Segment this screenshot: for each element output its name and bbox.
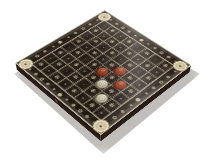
white-checker[interactable] xyxy=(94,78,110,90)
cell-h6[interactable]: ✻ xyxy=(139,72,157,85)
cell-g5[interactable]: ✻ xyxy=(121,72,139,85)
cell-g6[interactable] xyxy=(130,65,148,78)
cell-g4[interactable] xyxy=(112,78,130,91)
scene: ✦ ❖ ✿ ❖ ✦ ● ✦ ❖ ✿ ❖ ✦ ✦ ❖ ✿ ❖ ✦ ● ✦ ❖ ✿ … xyxy=(0,0,212,160)
cell-c1[interactable]: ✻ xyxy=(48,71,66,84)
cell-g1[interactable]: ✻ xyxy=(82,98,101,113)
border-inlay-bottom: ✦ ❖ ✿ ❖ ✦ ● ✦ ❖ ✿ ❖ ✦ xyxy=(24,65,100,126)
board: ✦ ❖ ✿ ❖ ✦ ● ✦ ❖ ✿ ❖ ✦ ✦ ❖ ✿ ❖ ✦ ● ✦ ❖ ✿ … xyxy=(16,10,191,134)
cell-f4[interactable]: ✻ xyxy=(103,71,121,84)
cell-h3[interactable] xyxy=(111,91,130,105)
cell-h4[interactable]: ✻ xyxy=(121,85,140,99)
photo-backdrop: ✦ ❖ ✿ ❖ ✦ ● ✦ ❖ ✿ ❖ ✦ ✦ ❖ ✿ ❖ ✦ ● ✦ ❖ ✿ … xyxy=(0,0,212,160)
cell-d2[interactable]: ✻ xyxy=(66,71,84,84)
red-checker[interactable] xyxy=(113,66,129,77)
cell-e2[interactable] xyxy=(75,77,93,90)
white-checker[interactable] xyxy=(94,92,111,105)
cell-d1[interactable] xyxy=(56,77,74,90)
cell-h1[interactable] xyxy=(92,105,112,120)
cell-b1[interactable] xyxy=(40,64,58,77)
cell-f3[interactable] xyxy=(93,78,111,91)
cell-e1[interactable]: ✻ xyxy=(65,84,84,98)
board-grid: ✻✻✻✻✻✻✻✻✻✻✻✻✻✻✻✻✻✻✻✻✻✻✻✻✻✻✻✻✻✻✻✻ xyxy=(32,21,174,121)
cell-h7[interactable] xyxy=(148,66,166,79)
cell-f2[interactable]: ✻ xyxy=(83,84,102,98)
cell-d3[interactable] xyxy=(76,65,94,78)
cell-e3[interactable]: ✻ xyxy=(84,71,102,84)
cell-h2[interactable]: ✻ xyxy=(102,98,121,113)
cell-f5[interactable] xyxy=(112,65,130,78)
cell-e4[interactable] xyxy=(94,65,112,78)
cell-c2[interactable] xyxy=(58,65,76,78)
red-checker[interactable] xyxy=(113,79,129,91)
cell-g3[interactable]: ✻ xyxy=(102,84,121,98)
cell-f1[interactable] xyxy=(73,91,92,105)
cell-g2[interactable] xyxy=(92,91,111,105)
border-inlay-right: ✦ ❖ ✿ ❖ ✦ ● ✦ ❖ ✿ ❖ ✦ xyxy=(103,67,182,127)
red-checker[interactable] xyxy=(95,66,111,77)
cell-h5[interactable] xyxy=(130,78,149,91)
